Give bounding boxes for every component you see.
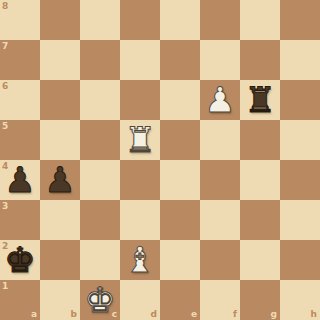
square-c4[interactable] <box>80 160 120 200</box>
square-c8[interactable] <box>80 0 120 40</box>
square-a4[interactable]: 4♟ <box>0 160 40 200</box>
square-h8[interactable] <box>280 0 320 40</box>
file-label-g: g <box>271 309 277 319</box>
square-g3[interactable] <box>240 200 280 240</box>
file-label-f: f <box>233 309 237 319</box>
file-label-b: b <box>71 309 77 319</box>
square-h3[interactable] <box>280 200 320 240</box>
square-e6[interactable] <box>160 80 200 120</box>
white-bishop[interactable]: ♝ <box>120 240 160 280</box>
square-e8[interactable] <box>160 0 200 40</box>
square-e5[interactable] <box>160 120 200 160</box>
square-h1[interactable]: h <box>280 280 320 320</box>
file-label-e: e <box>191 309 197 319</box>
rank-label-5: 5 <box>2 121 8 131</box>
square-g1[interactable]: g <box>240 280 280 320</box>
square-h5[interactable] <box>280 120 320 160</box>
square-a6[interactable]: 6 <box>0 80 40 120</box>
square-h4[interactable] <box>280 160 320 200</box>
square-f3[interactable] <box>200 200 240 240</box>
rank-label-8: 8 <box>2 1 8 11</box>
square-g2[interactable] <box>240 240 280 280</box>
square-c5[interactable] <box>80 120 120 160</box>
white-pawn[interactable]: ♟ <box>200 80 240 120</box>
square-d8[interactable] <box>120 0 160 40</box>
square-b7[interactable] <box>40 40 80 80</box>
square-e4[interactable] <box>160 160 200 200</box>
square-f7[interactable] <box>200 40 240 80</box>
black-pawn[interactable]: ♟ <box>0 160 40 200</box>
square-f1[interactable]: f <box>200 280 240 320</box>
square-e2[interactable] <box>160 240 200 280</box>
square-c1[interactable]: c♚ <box>80 280 120 320</box>
square-f6[interactable]: ♟ <box>200 80 240 120</box>
square-c2[interactable] <box>80 240 120 280</box>
square-d3[interactable] <box>120 200 160 240</box>
black-pawn[interactable]: ♟ <box>40 160 80 200</box>
square-g4[interactable] <box>240 160 280 200</box>
white-king[interactable]: ♚ <box>80 280 120 320</box>
square-e1[interactable]: e <box>160 280 200 320</box>
square-b8[interactable] <box>40 0 80 40</box>
square-b5[interactable] <box>40 120 80 160</box>
square-h6[interactable] <box>280 80 320 120</box>
square-h2[interactable] <box>280 240 320 280</box>
rank-label-3: 3 <box>2 201 8 211</box>
square-a7[interactable]: 7 <box>0 40 40 80</box>
white-rook[interactable]: ♜ <box>120 120 160 160</box>
square-d7[interactable] <box>120 40 160 80</box>
rank-label-6: 6 <box>2 81 8 91</box>
square-b2[interactable] <box>40 240 80 280</box>
square-g5[interactable] <box>240 120 280 160</box>
square-f8[interactable] <box>200 0 240 40</box>
square-d5[interactable]: ♜ <box>120 120 160 160</box>
rank-label-7: 7 <box>2 41 8 51</box>
rank-label-1: 1 <box>2 281 8 291</box>
black-king[interactable]: ♚ <box>0 240 40 280</box>
file-label-a: a <box>31 309 37 319</box>
square-b4[interactable]: ♟ <box>40 160 80 200</box>
square-a8[interactable]: 8 <box>0 0 40 40</box>
square-e3[interactable] <box>160 200 200 240</box>
square-b6[interactable] <box>40 80 80 120</box>
square-b3[interactable] <box>40 200 80 240</box>
square-b1[interactable]: b <box>40 280 80 320</box>
square-c3[interactable] <box>80 200 120 240</box>
square-a5[interactable]: 5 <box>0 120 40 160</box>
square-c7[interactable] <box>80 40 120 80</box>
black-rook[interactable]: ♜ <box>240 80 280 120</box>
square-a3[interactable]: 3 <box>0 200 40 240</box>
square-e7[interactable] <box>160 40 200 80</box>
square-h7[interactable] <box>280 40 320 80</box>
square-f2[interactable] <box>200 240 240 280</box>
file-label-d: d <box>151 309 157 319</box>
square-g8[interactable] <box>240 0 280 40</box>
square-f4[interactable] <box>200 160 240 200</box>
square-g7[interactable] <box>240 40 280 80</box>
square-g6[interactable]: ♜ <box>240 80 280 120</box>
file-label-h: h <box>311 309 317 319</box>
square-d4[interactable] <box>120 160 160 200</box>
square-a1[interactable]: 1a <box>0 280 40 320</box>
chess-board: 876♟♜5♜4♟♟32♚♝1abc♚defgh <box>0 0 320 320</box>
square-d1[interactable]: d <box>120 280 160 320</box>
square-c6[interactable] <box>80 80 120 120</box>
square-d6[interactable] <box>120 80 160 120</box>
square-f5[interactable] <box>200 120 240 160</box>
square-d2[interactable]: ♝ <box>120 240 160 280</box>
square-a2[interactable]: 2♚ <box>0 240 40 280</box>
